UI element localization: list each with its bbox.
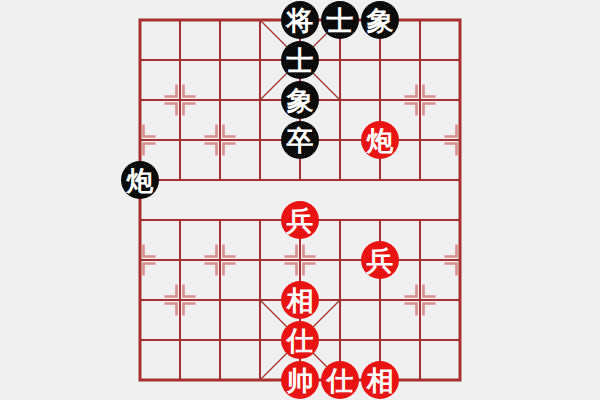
piece-black-soldier[interactable]: 卒 xyxy=(281,121,319,159)
piece-black-elephant[interactable]: 象 xyxy=(281,81,319,119)
piece-red-elephant[interactable]: 相 xyxy=(361,361,399,399)
board-piece-grid[interactable]: 将士象士象卒炮炮兵兵相仕帅仕相 xyxy=(120,0,480,400)
piece-red-advisor[interactable]: 仕 xyxy=(321,361,359,399)
piece-black-advisor[interactable]: 士 xyxy=(281,41,319,79)
piece-red-soldier[interactable]: 兵 xyxy=(281,201,319,239)
piece-black-general[interactable]: 将 xyxy=(281,1,319,39)
piece-red-elephant[interactable]: 相 xyxy=(281,281,319,319)
piece-red-general[interactable]: 帅 xyxy=(281,361,319,399)
piece-black-cannon[interactable]: 炮 xyxy=(121,161,159,199)
piece-black-elephant[interactable]: 象 xyxy=(361,1,399,39)
xiangqi-board[interactable]: 将士象士象卒炮炮兵兵相仕帅仕相 xyxy=(0,0,600,400)
piece-black-advisor[interactable]: 士 xyxy=(321,1,359,39)
piece-red-soldier[interactable]: 兵 xyxy=(361,241,399,279)
piece-red-cannon[interactable]: 炮 xyxy=(361,121,399,159)
piece-red-advisor[interactable]: 仕 xyxy=(281,321,319,359)
